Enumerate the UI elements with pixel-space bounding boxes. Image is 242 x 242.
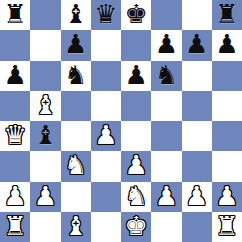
square-g4[interactable] bbox=[182, 121, 212, 151]
square-h1[interactable]: ♜ bbox=[212, 212, 242, 242]
piece-black-knight[interactable]: ♞ bbox=[64, 62, 87, 88]
square-e2[interactable]: ♞ bbox=[121, 182, 151, 212]
square-c2[interactable] bbox=[61, 182, 91, 212]
square-h2[interactable]: ♟ bbox=[212, 182, 242, 212]
square-b2[interactable]: ♟ bbox=[30, 182, 60, 212]
piece-white-pawn[interactable]: ♟ bbox=[34, 183, 57, 209]
piece-black-knight[interactable]: ♞ bbox=[155, 62, 178, 88]
square-b1[interactable] bbox=[30, 212, 60, 242]
square-h3[interactable] bbox=[212, 151, 242, 181]
piece-white-pawn[interactable]: ♟ bbox=[3, 183, 26, 209]
square-f4[interactable] bbox=[151, 121, 181, 151]
piece-black-pawn[interactable]: ♟ bbox=[3, 62, 26, 88]
piece-black-king[interactable]: ♚ bbox=[124, 1, 147, 27]
square-b4[interactable]: ♝ bbox=[30, 121, 60, 151]
square-h6[interactable] bbox=[212, 61, 242, 91]
piece-white-rook[interactable]: ♜ bbox=[215, 213, 238, 239]
square-d5[interactable] bbox=[91, 91, 121, 121]
piece-black-rook[interactable]: ♜ bbox=[3, 1, 26, 27]
square-a6[interactable]: ♟ bbox=[0, 61, 30, 91]
square-d7[interactable] bbox=[91, 30, 121, 60]
piece-white-king[interactable]: ♚ bbox=[124, 213, 147, 239]
square-e3[interactable]: ♟ bbox=[121, 151, 151, 181]
square-g8[interactable] bbox=[182, 0, 212, 30]
piece-black-pawn[interactable]: ♟ bbox=[124, 62, 147, 88]
square-e7[interactable] bbox=[121, 30, 151, 60]
piece-black-pawn[interactable]: ♟ bbox=[155, 31, 178, 57]
square-e6[interactable]: ♟ bbox=[121, 61, 151, 91]
piece-white-bishop[interactable]: ♝ bbox=[64, 213, 87, 239]
square-c7[interactable]: ♟ bbox=[61, 30, 91, 60]
square-f2[interactable]: ♟ bbox=[151, 182, 181, 212]
piece-black-pawn[interactable]: ♟ bbox=[64, 31, 87, 57]
square-f6[interactable]: ♞ bbox=[151, 61, 181, 91]
square-f8[interactable] bbox=[151, 0, 181, 30]
square-g1[interactable] bbox=[182, 212, 212, 242]
piece-black-bishop[interactable]: ♝ bbox=[34, 122, 57, 148]
piece-white-knight[interactable]: ♞ bbox=[124, 183, 147, 209]
piece-white-pawn[interactable]: ♟ bbox=[94, 122, 117, 148]
piece-black-pawn[interactable]: ♟ bbox=[185, 31, 208, 57]
square-e4[interactable] bbox=[121, 121, 151, 151]
square-c1[interactable]: ♝ bbox=[61, 212, 91, 242]
square-d3[interactable] bbox=[91, 151, 121, 181]
square-c5[interactable] bbox=[61, 91, 91, 121]
piece-white-rook[interactable]: ♜ bbox=[3, 213, 26, 239]
square-a2[interactable]: ♟ bbox=[0, 182, 30, 212]
square-e8[interactable]: ♚ bbox=[121, 0, 151, 30]
square-a1[interactable]: ♜ bbox=[0, 212, 30, 242]
square-d4[interactable]: ♟ bbox=[91, 121, 121, 151]
square-b3[interactable] bbox=[30, 151, 60, 181]
square-a7[interactable] bbox=[0, 30, 30, 60]
square-h4[interactable] bbox=[212, 121, 242, 151]
square-d6[interactable] bbox=[91, 61, 121, 91]
square-f3[interactable] bbox=[151, 151, 181, 181]
square-c3[interactable]: ♞ bbox=[61, 151, 91, 181]
piece-black-queen[interactable]: ♛ bbox=[94, 1, 117, 27]
square-c6[interactable]: ♞ bbox=[61, 61, 91, 91]
piece-white-queen[interactable]: ♛ bbox=[3, 122, 26, 148]
square-g7[interactable]: ♟ bbox=[182, 30, 212, 60]
piece-black-bishop[interactable]: ♝ bbox=[64, 1, 87, 27]
square-f1[interactable] bbox=[151, 212, 181, 242]
chess-board-container: ♜♝♛♚♜♟♟♟♟♟♞♟♞♝♛♝♟♞♟♟♟♞♟♟♟♜♝♚♜ bbox=[0, 0, 242, 242]
square-h7[interactable]: ♟ bbox=[212, 30, 242, 60]
piece-black-pawn[interactable]: ♟ bbox=[215, 31, 238, 57]
piece-white-pawn[interactable]: ♟ bbox=[215, 183, 238, 209]
square-b5[interactable]: ♝ bbox=[30, 91, 60, 121]
square-a8[interactable]: ♜ bbox=[0, 0, 30, 30]
square-f7[interactable]: ♟ bbox=[151, 30, 181, 60]
square-d8[interactable]: ♛ bbox=[91, 0, 121, 30]
piece-white-pawn[interactable]: ♟ bbox=[185, 183, 208, 209]
square-g3[interactable] bbox=[182, 151, 212, 181]
piece-white-knight[interactable]: ♞ bbox=[64, 152, 87, 178]
piece-white-pawn[interactable]: ♟ bbox=[155, 183, 178, 209]
piece-black-rook[interactable]: ♜ bbox=[215, 1, 238, 27]
square-c8[interactable]: ♝ bbox=[61, 0, 91, 30]
piece-white-pawn[interactable]: ♟ bbox=[124, 152, 147, 178]
square-a5[interactable] bbox=[0, 91, 30, 121]
square-c4[interactable] bbox=[61, 121, 91, 151]
square-g5[interactable] bbox=[182, 91, 212, 121]
square-b6[interactable] bbox=[30, 61, 60, 91]
square-a3[interactable] bbox=[0, 151, 30, 181]
piece-white-bishop[interactable]: ♝ bbox=[34, 92, 57, 118]
square-b7[interactable] bbox=[30, 30, 60, 60]
square-e5[interactable] bbox=[121, 91, 151, 121]
square-g6[interactable] bbox=[182, 61, 212, 91]
square-g2[interactable]: ♟ bbox=[182, 182, 212, 212]
square-d1[interactable] bbox=[91, 212, 121, 242]
square-e1[interactable]: ♚ bbox=[121, 212, 151, 242]
square-b8[interactable] bbox=[30, 0, 60, 30]
square-f5[interactable] bbox=[151, 91, 181, 121]
square-h8[interactable]: ♜ bbox=[212, 0, 242, 30]
square-d2[interactable] bbox=[91, 182, 121, 212]
square-a4[interactable]: ♛ bbox=[0, 121, 30, 151]
chess-board: ♜♝♛♚♜♟♟♟♟♟♞♟♞♝♛♝♟♞♟♟♟♞♟♟♟♜♝♚♜ bbox=[0, 0, 242, 242]
square-h5[interactable] bbox=[212, 91, 242, 121]
